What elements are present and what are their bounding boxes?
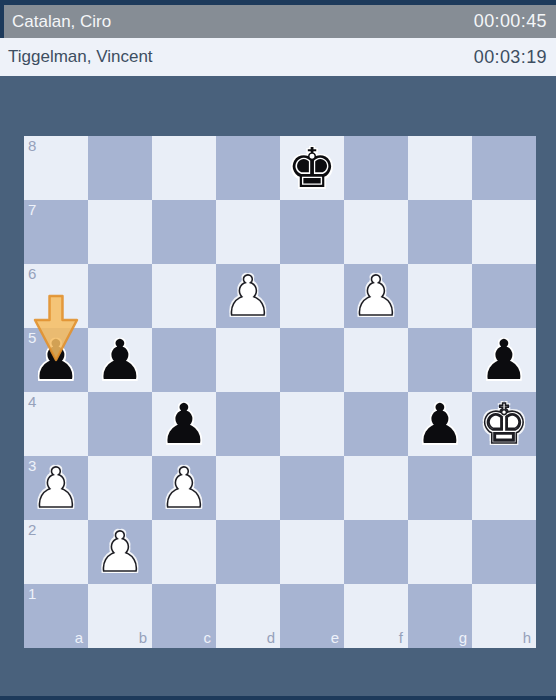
square-h3[interactable] <box>472 456 536 520</box>
square-g2[interactable] <box>408 520 472 584</box>
square-b7[interactable] <box>88 200 152 264</box>
white-pawn-f6[interactable]: ♟ <box>344 264 408 328</box>
square-d3[interactable] <box>216 456 280 520</box>
clock-bottom: 00:03:19 <box>474 47 547 68</box>
square-b4[interactable] <box>88 392 152 456</box>
square-b8[interactable] <box>88 136 152 200</box>
square-h7[interactable] <box>472 200 536 264</box>
rank-label-2: 2 <box>28 522 36 537</box>
file-label-e: e <box>331 630 339 645</box>
square-g8[interactable] <box>408 136 472 200</box>
square-a6[interactable]: 6 <box>24 264 88 328</box>
file-label-a: a <box>75 630 83 645</box>
square-g4[interactable]: ♟ <box>408 392 472 456</box>
square-g7[interactable] <box>408 200 472 264</box>
square-e2[interactable] <box>280 520 344 584</box>
square-b5[interactable]: ♟ <box>88 328 152 392</box>
player-bar-top: Catalan, Ciro 00:00:45 <box>0 5 556 38</box>
square-g1[interactable]: g <box>408 584 472 648</box>
square-g6[interactable] <box>408 264 472 328</box>
square-d1[interactable]: d <box>216 584 280 648</box>
square-g3[interactable] <box>408 456 472 520</box>
file-label-d: d <box>267 630 275 645</box>
square-a3[interactable]: 3♟ <box>24 456 88 520</box>
square-a2[interactable]: 2 <box>24 520 88 584</box>
app-window: Catalan, Ciro 00:00:45 Tiggelman, Vincen… <box>0 0 556 700</box>
square-f6[interactable]: ♟ <box>344 264 408 328</box>
bottom-border <box>0 696 556 700</box>
square-b2[interactable]: ♟ <box>88 520 152 584</box>
rank-label-8: 8 <box>28 138 36 153</box>
file-label-f: f <box>399 630 403 645</box>
square-c3[interactable]: ♟ <box>152 456 216 520</box>
square-g5[interactable] <box>408 328 472 392</box>
square-a4[interactable]: 4 <box>24 392 88 456</box>
square-f3[interactable] <box>344 456 408 520</box>
white-king-h4[interactable]: ♚ <box>472 392 536 456</box>
square-e4[interactable] <box>280 392 344 456</box>
square-c4[interactable]: ♟ <box>152 392 216 456</box>
black-pawn-b5[interactable]: ♟ <box>88 328 152 392</box>
square-e3[interactable] <box>280 456 344 520</box>
square-f8[interactable] <box>344 136 408 200</box>
square-c2[interactable] <box>152 520 216 584</box>
square-c7[interactable] <box>152 200 216 264</box>
square-d5[interactable] <box>216 328 280 392</box>
square-e6[interactable] <box>280 264 344 328</box>
square-b1[interactable]: b <box>88 584 152 648</box>
clock-top: 00:00:45 <box>474 11 547 32</box>
player-name-top: Catalan, Ciro <box>12 12 111 32</box>
rank-label-1: 1 <box>28 586 36 601</box>
file-label-b: b <box>139 630 147 645</box>
square-a7[interactable]: 7 <box>24 200 88 264</box>
square-d8[interactable] <box>216 136 280 200</box>
square-d6[interactable]: ♟ <box>216 264 280 328</box>
file-label-h: h <box>523 630 531 645</box>
square-a1[interactable]: 1a <box>24 584 88 648</box>
square-c1[interactable]: c <box>152 584 216 648</box>
file-label-g: g <box>459 630 467 645</box>
rank-label-6: 6 <box>28 266 36 281</box>
square-c5[interactable] <box>152 328 216 392</box>
white-pawn-b2[interactable]: ♟ <box>88 520 152 584</box>
white-pawn-a3[interactable]: ♟ <box>24 456 88 520</box>
square-f7[interactable] <box>344 200 408 264</box>
white-pawn-d6[interactable]: ♟ <box>216 264 280 328</box>
square-a8[interactable]: 8 <box>24 136 88 200</box>
rank-label-4: 4 <box>28 394 36 409</box>
square-h1[interactable]: h <box>472 584 536 648</box>
square-e1[interactable]: e <box>280 584 344 648</box>
square-e7[interactable] <box>280 200 344 264</box>
square-c6[interactable] <box>152 264 216 328</box>
black-pawn-a5[interactable]: ♟ <box>24 328 88 392</box>
square-c8[interactable] <box>152 136 216 200</box>
square-f2[interactable] <box>344 520 408 584</box>
square-h5[interactable]: ♟ <box>472 328 536 392</box>
square-e8[interactable]: ♚ <box>280 136 344 200</box>
square-f5[interactable] <box>344 328 408 392</box>
black-pawn-g4[interactable]: ♟ <box>408 392 472 456</box>
square-b6[interactable] <box>88 264 152 328</box>
square-h4[interactable]: ♚ <box>472 392 536 456</box>
square-f1[interactable]: f <box>344 584 408 648</box>
chess-board: 8♚76♟♟5♟♟♟4♟♟♚3♟♟2♟1abcdefgh <box>24 136 536 648</box>
square-e5[interactable] <box>280 328 344 392</box>
black-pawn-c4[interactable]: ♟ <box>152 392 216 456</box>
black-king-e8[interactable]: ♚ <box>280 136 344 200</box>
file-label-c: c <box>204 630 212 645</box>
square-d2[interactable] <box>216 520 280 584</box>
white-pawn-c3[interactable]: ♟ <box>152 456 216 520</box>
square-b3[interactable] <box>88 456 152 520</box>
black-pawn-h5[interactable]: ♟ <box>472 328 536 392</box>
square-a5[interactable]: 5♟ <box>24 328 88 392</box>
square-h6[interactable] <box>472 264 536 328</box>
square-f4[interactable] <box>344 392 408 456</box>
rank-label-7: 7 <box>28 202 36 217</box>
square-d4[interactable] <box>216 392 280 456</box>
square-h2[interactable] <box>472 520 536 584</box>
square-d7[interactable] <box>216 200 280 264</box>
square-h8[interactable] <box>472 136 536 200</box>
player-bar-bottom: Tiggelman, Vincent 00:03:19 <box>0 38 556 76</box>
player-name-bottom: Tiggelman, Vincent <box>8 47 153 67</box>
